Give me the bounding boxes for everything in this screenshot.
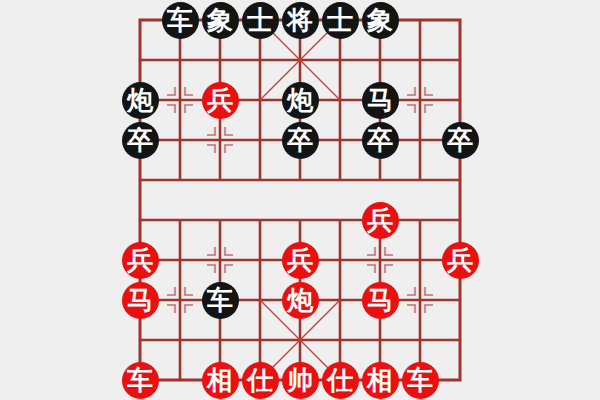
piece-black-soldier[interactable]: 卒 — [442, 122, 479, 159]
piece-black-general[interactable]: 将 — [282, 2, 319, 39]
piece-red-general[interactable]: 帅 — [282, 362, 319, 399]
piece-red-soldier[interactable]: 兵 — [122, 242, 159, 279]
piece-black-cannon[interactable]: 炮 — [122, 82, 159, 119]
piece-red-elephant[interactable]: 相 — [202, 362, 239, 399]
piece-black-advisor[interactable]: 士 — [322, 2, 359, 39]
piece-red-elephant[interactable]: 相 — [362, 362, 399, 399]
piece-black-soldier[interactable]: 卒 — [122, 122, 159, 159]
piece-black-horse[interactable]: 马 — [362, 82, 399, 119]
piece-black-advisor[interactable]: 士 — [242, 2, 279, 39]
xiangqi-board: 车象士将士象炮兵炮马卒卒卒卒兵兵兵兵马车炮马车相仕帅仕相车 — [0, 0, 600, 400]
piece-black-cannon[interactable]: 炮 — [282, 82, 319, 119]
piece-red-soldier[interactable]: 兵 — [282, 242, 319, 279]
piece-red-soldier[interactable]: 兵 — [362, 202, 399, 239]
piece-red-chariot[interactable]: 车 — [402, 362, 439, 399]
piece-red-horse[interactable]: 马 — [362, 282, 399, 319]
piece-red-advisor[interactable]: 仕 — [242, 362, 279, 399]
piece-grid: 车象士将士象炮兵炮马卒卒卒卒兵兵兵兵马车炮马车相仕帅仕相车 — [120, 0, 480, 400]
piece-black-soldier[interactable]: 卒 — [362, 122, 399, 159]
piece-black-soldier[interactable]: 卒 — [282, 122, 319, 159]
piece-black-elephant[interactable]: 象 — [202, 2, 239, 39]
piece-black-elephant[interactable]: 象 — [362, 2, 399, 39]
piece-red-cannon[interactable]: 炮 — [282, 282, 319, 319]
piece-red-soldier[interactable]: 兵 — [442, 242, 479, 279]
piece-red-chariot[interactable]: 车 — [122, 362, 159, 399]
piece-red-soldier[interactable]: 兵 — [202, 82, 239, 119]
piece-black-chariot[interactable]: 车 — [202, 282, 239, 319]
piece-black-chariot[interactable]: 车 — [162, 2, 199, 39]
piece-red-advisor[interactable]: 仕 — [322, 362, 359, 399]
piece-red-horse[interactable]: 马 — [122, 282, 159, 319]
